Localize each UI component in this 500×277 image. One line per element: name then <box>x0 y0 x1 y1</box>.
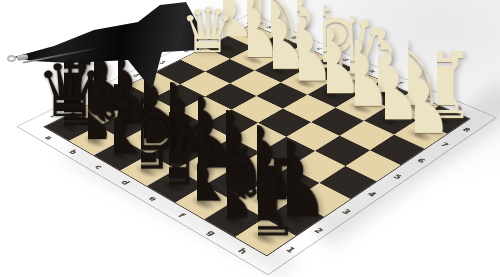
product-photo-canvas: ♜♞♝♚♛♝♞♜♟♟♟♟♟♟♟♟♟♟♟♟♟♟♟♟♜♞♝♚♛♝♞♜ aabbccd… <box>0 0 500 277</box>
rank-label-6: 6 <box>416 157 428 164</box>
extra-black-queen[interactable]: ♛ <box>36 52 104 128</box>
piece-black-rook[interactable]: ♜ <box>258 158 354 241</box>
square-h1[interactable]: ♜ <box>235 218 296 255</box>
file-label-h: h <box>236 247 250 256</box>
rank-label-1: 1 <box>284 246 297 254</box>
zipper-ring-icon <box>7 55 16 62</box>
rank-label-5: 5 <box>391 174 403 181</box>
rank-label-7: 7 <box>439 142 450 149</box>
extra-white-queen[interactable]: ♛ <box>180 0 236 62</box>
piece-white-pawn[interactable]: ♟ <box>415 64 499 137</box>
